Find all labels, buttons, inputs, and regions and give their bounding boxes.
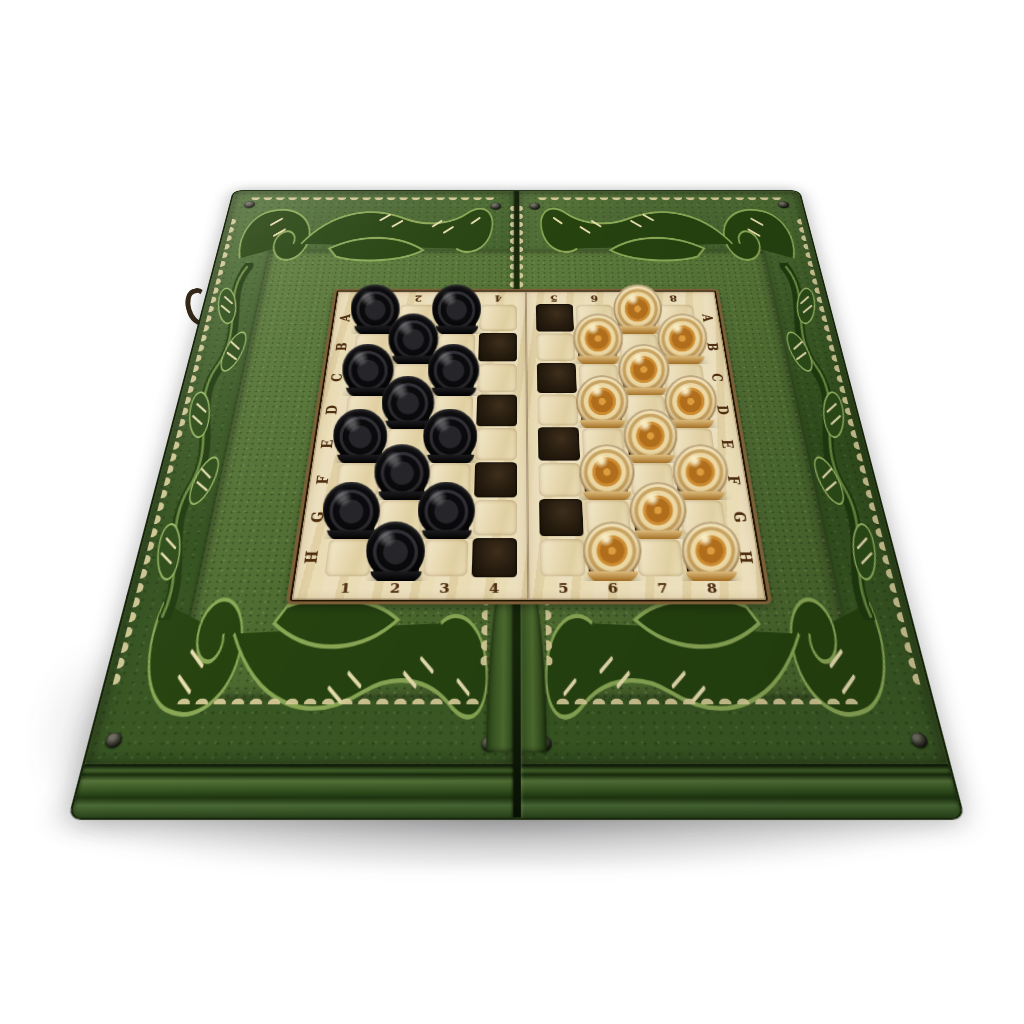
square-F6[interactable]	[582, 462, 630, 499]
file-label-F-left-text: F	[312, 475, 332, 484]
bottom-number-label-1: 1	[319, 578, 371, 599]
bottom-number-label-8: 8	[686, 578, 738, 599]
bottom-number-label-1-text: 1	[339, 582, 351, 596]
carving-scroll-bottom-right	[540, 581, 915, 734]
square-E7[interactable]	[624, 427, 672, 462]
inner-band-G	[519, 498, 529, 537]
square-G3[interactable]	[423, 498, 472, 537]
screw-bottom-right	[481, 736, 497, 751]
scallop-border-outer-left	[111, 218, 241, 689]
screw-top-left	[529, 203, 540, 210]
checker-wood-H6[interactable]	[583, 521, 642, 580]
corner-bottom-outer	[735, 578, 766, 599]
file-label-E-right-text: E	[718, 440, 738, 449]
square-G1[interactable]	[327, 498, 379, 537]
product-photo-scene: 1234ABCDEFGH1234 5678ABCDEFGH5678	[0, 0, 1024, 1024]
square-G5[interactable]	[537, 498, 585, 537]
carving-vine-right	[765, 263, 899, 620]
bottom-number-label-5: 5	[538, 578, 588, 599]
checker-wood-E7[interactable]	[623, 409, 677, 463]
bottom-number-label-2: 2	[369, 578, 420, 599]
scallop-border-outer-right	[792, 218, 922, 689]
screw-top-right	[490, 203, 501, 210]
bottom-number-label-4-text: 4	[489, 582, 499, 596]
corner-bottom-inner	[519, 578, 529, 599]
checker-black-F2[interactable]	[374, 444, 430, 500]
bottom-number-label-7: 7	[637, 578, 689, 599]
screw-bottom-right	[909, 732, 929, 747]
square-G7[interactable]	[630, 498, 681, 537]
screw-top-right	[778, 201, 790, 208]
square-H8[interactable]	[681, 537, 735, 578]
bottom-number-label-3-text: 3	[439, 582, 450, 596]
checker-black-G1[interactable]	[322, 482, 379, 539]
inner-band-G	[528, 498, 538, 537]
bottom-number-label-5-text: 5	[558, 582, 569, 596]
bottom-number-label-2-text: 2	[389, 582, 400, 596]
file-label-G-right-text: G	[729, 512, 750, 523]
square-H6[interactable]	[586, 537, 637, 578]
screw-bottom-left	[536, 736, 552, 751]
bottom-number-label-3: 3	[419, 578, 470, 599]
carving-vine-left	[133, 263, 267, 620]
bottom-number-label-7-text: 7	[657, 582, 669, 596]
checker-black-G3[interactable]	[418, 482, 475, 539]
corner-bottom-outer	[292, 578, 322, 599]
checker-wood-F8[interactable]	[672, 444, 728, 500]
screw-top-left	[243, 201, 255, 208]
screw-bottom-left	[105, 732, 125, 747]
checker-black-H2[interactable]	[366, 521, 425, 580]
checker-wood-H8[interactable]	[681, 521, 740, 580]
bottom-number-label-6: 6	[588, 578, 639, 599]
square-F2[interactable]	[379, 462, 428, 499]
square-H2[interactable]	[371, 537, 423, 578]
square-E3[interactable]	[428, 427, 474, 462]
game-box: 1234ABCDEFGH1234 5678ABCDEFGH5678	[68, 190, 966, 820]
bottom-number-label-6-text: 6	[607, 582, 618, 596]
box-face: 1234ABCDEFGH1234 5678ABCDEFGH5678	[68, 190, 966, 820]
bottom-number-label-4: 4	[469, 578, 519, 599]
scallop-border-top-left	[248, 197, 496, 203]
scallop-border-field-right	[554, 692, 858, 704]
carving-scroll-bottom-left	[118, 581, 493, 734]
checker-wood-G7[interactable]	[629, 482, 686, 539]
bottom-number-label-8-text: 8	[706, 582, 718, 596]
square-G4[interactable]	[471, 498, 519, 537]
corner-bottom-inner	[529, 578, 539, 599]
scallop-border-top-right	[536, 197, 784, 203]
scallop-border-field-left	[175, 692, 479, 704]
checker-wood-F6[interactable]	[579, 444, 635, 500]
checker-black-E3[interactable]	[423, 409, 477, 463]
